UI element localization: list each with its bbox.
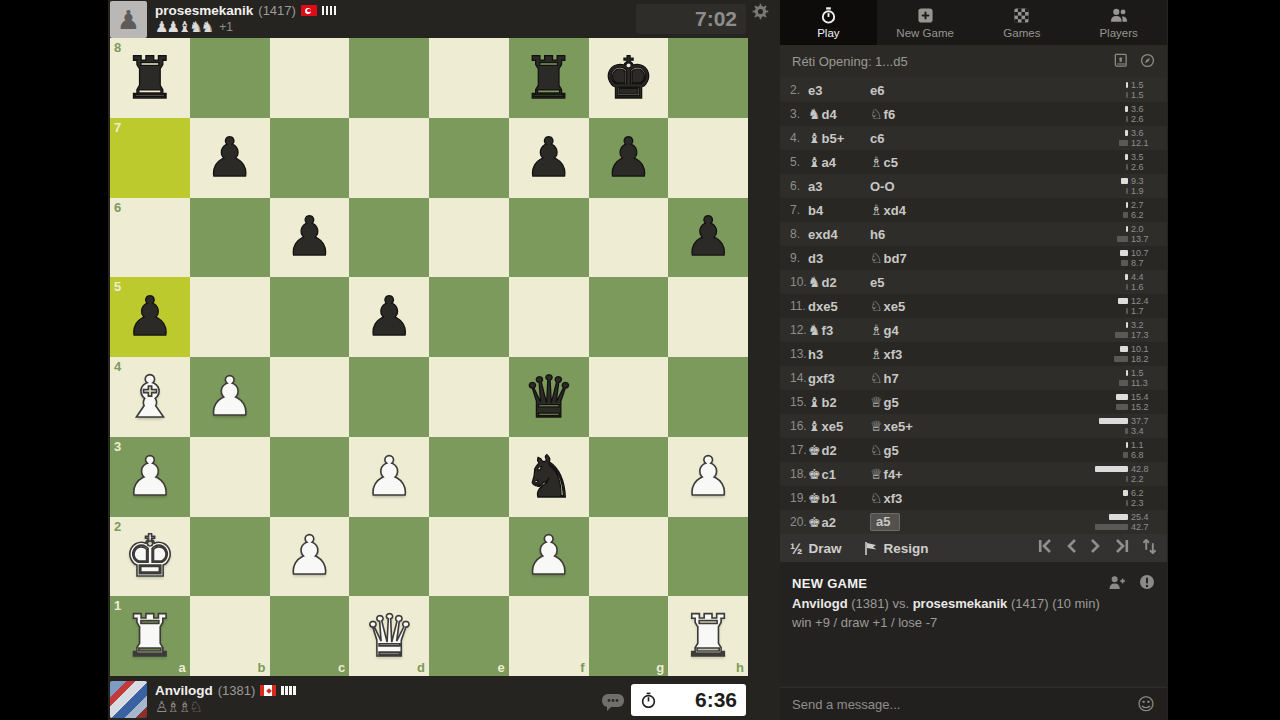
square-c3[interactable]	[270, 437, 350, 517]
time-value: 18.2	[1128, 354, 1161, 364]
square-d1[interactable]: d♛	[349, 596, 429, 676]
move-time-bars: 42.82.2	[1093, 465, 1167, 484]
move-number: 15.	[780, 395, 808, 409]
square-g5[interactable]	[589, 277, 669, 357]
figurine-B-icon: ♝	[808, 394, 821, 410]
black-move-3[interactable]: ♘f6	[870, 106, 895, 122]
piece-black-pawn-c6[interactable]: ♟	[270, 198, 350, 278]
square-a6[interactable]: 6	[110, 198, 190, 278]
square-c1[interactable]: c	[270, 596, 350, 676]
time-value: 3.5	[1128, 152, 1161, 162]
figurine-B-icon: ♝	[808, 418, 821, 434]
matchup-text: (1417) (10 min)	[1007, 596, 1099, 611]
move-number: 6.	[780, 179, 808, 193]
square-a2[interactable]: 2♚	[110, 517, 190, 597]
move-number: 20.	[780, 515, 808, 529]
square-a8[interactable]: 8♜	[110, 38, 190, 118]
tab-bar: Play New Game	[780, 0, 1167, 45]
square-g2[interactable]	[589, 517, 669, 597]
new-game-panel: NEW GAME Anvilogd (1381) vs. prosesmekan…	[780, 562, 1167, 686]
square-a7[interactable]: 7	[110, 118, 190, 198]
square-h7[interactable]	[668, 118, 748, 198]
time-bar-w	[1109, 514, 1128, 521]
square-f2[interactable]: ♟	[509, 517, 589, 597]
time-value: 8.7	[1128, 258, 1161, 268]
time-bar-w	[1121, 178, 1128, 185]
bottom-player-avatar[interactable]	[110, 681, 147, 718]
white-move-15[interactable]: ♝b2	[808, 394, 837, 410]
time-bar-w	[1118, 298, 1128, 305]
black-move-7[interactable]: ♗xd4	[870, 202, 906, 218]
square-c2[interactable]: ♟	[270, 517, 350, 597]
chat-bubble-icon[interactable]	[601, 692, 625, 716]
plus-square-icon	[917, 7, 934, 24]
move-time-bars: 4.41.6	[1093, 273, 1167, 292]
square-d3[interactable]: ♟	[349, 437, 429, 517]
move-row-3: 3.♞d4♘f63.62.6	[780, 102, 1167, 126]
move-row-10: 10.♞d2e54.41.6	[780, 270, 1167, 294]
square-c8[interactable]	[270, 38, 350, 118]
alert-circle-icon[interactable]	[1139, 574, 1155, 594]
piece-black-king-g8[interactable]: ♚	[589, 38, 669, 118]
square-g8[interactable]: ♚	[589, 38, 669, 118]
move-time-bars: 2.013.7	[1093, 225, 1167, 244]
top-player-clock: 7:02	[636, 4, 746, 34]
square-h1[interactable]: h♜	[668, 596, 748, 676]
move-row-17: 17.♚d2♘g51.16.8	[780, 438, 1167, 462]
move-time-bars: 12.41.7	[1093, 297, 1167, 316]
turkey-flag-icon	[301, 5, 317, 16]
app-stage: ♟ prosesmekanik (1417) ♟♟♝♞♞ +1 7:02 8♜♜…	[108, 0, 1168, 720]
bottom-player-rating: (1381)	[218, 683, 256, 698]
square-a1[interactable]: 1a♜	[110, 596, 190, 676]
square-g7[interactable]: ♟	[589, 118, 669, 198]
square-e6[interactable]	[429, 198, 509, 278]
square-f7[interactable]: ♟	[509, 118, 589, 198]
tab-play[interactable]: Play	[780, 0, 877, 45]
figurine-B-icon: ♗	[870, 346, 883, 362]
square-f1[interactable]: f	[509, 596, 589, 676]
white-move-17[interactable]: ♚d2	[808, 442, 837, 458]
file-label-f: f	[580, 660, 584, 675]
black-move-18[interactable]: ♕f4+	[870, 466, 903, 482]
white-move-16[interactable]: ♝xe5	[808, 418, 843, 434]
black-move-10[interactable]: e5	[870, 275, 884, 290]
smiley-icon[interactable]: ☺	[1137, 694, 1155, 714]
time-bar-b	[1095, 524, 1128, 531]
figurine-N-icon: ♞	[808, 274, 821, 290]
black-move-11[interactable]: ♘xe5	[870, 298, 905, 314]
move-row-12: 12.♞f3♗g43.217.3	[780, 318, 1167, 342]
time-value: 1.6	[1128, 282, 1161, 292]
square-b6[interactable]	[190, 198, 270, 278]
piece-black-rook-f8[interactable]: ♜	[509, 38, 589, 118]
square-f4[interactable]: ♛	[509, 357, 589, 437]
square-a5[interactable]: 5♟	[110, 277, 190, 357]
figurine-B-icon: ♝	[808, 130, 821, 146]
square-a3[interactable]: 3♟	[110, 437, 190, 517]
square-f3[interactable]: ♞	[509, 437, 589, 517]
move-row-16: 16.♝xe5♕xe5+37.73.4	[780, 414, 1167, 438]
square-h8[interactable]	[668, 38, 748, 118]
tab-games[interactable]: Games	[974, 0, 1071, 45]
figurine-B-icon: ♝	[808, 154, 821, 170]
move-time-bars: 2.76.2	[1093, 201, 1167, 220]
move-number: 14.	[780, 371, 808, 385]
file-label-g: g	[656, 660, 664, 675]
figurine-K-icon: ♚	[808, 490, 821, 506]
square-e8[interactable]	[429, 38, 509, 118]
move-row-14: 14.gxf3♘h71.511.3	[780, 366, 1167, 390]
time-value: 6.2	[1128, 488, 1161, 498]
black-move-16[interactable]: ♕xe5+	[870, 418, 913, 434]
white-move-18[interactable]: ♚c1	[808, 466, 836, 482]
nav-last-button[interactable]	[1114, 539, 1129, 557]
square-e7[interactable]	[429, 118, 509, 198]
move-time-bars: 3.217.3	[1093, 321, 1167, 340]
black-move-6[interactable]: O-O	[870, 179, 895, 194]
time-value: 4.4	[1128, 272, 1161, 282]
move-number: 10.	[780, 275, 808, 289]
piece-white-queen-d1[interactable]: ♛	[349, 596, 429, 676]
time-value: 2.6	[1128, 162, 1161, 172]
matchup-text: (1381)	[848, 596, 893, 611]
connection-signal-icon	[281, 686, 296, 695]
time-value: 10.1	[1128, 344, 1161, 354]
opening-bar: Réti Opening: 1...d5	[780, 45, 1167, 78]
chat-bar: Send a message... ☺	[780, 687, 1167, 720]
square-e4[interactable]	[429, 357, 509, 437]
top-captured-pieces: ♟♟♝♞♞ +1	[155, 18, 233, 36]
square-g6[interactable]	[589, 198, 669, 278]
clock-icon	[640, 692, 657, 709]
move-time-bars: 10.78.7	[1093, 249, 1167, 268]
square-h3[interactable]: ♟	[668, 437, 748, 517]
square-d7[interactable]	[349, 118, 429, 198]
time-value: 15.2	[1128, 402, 1161, 412]
white-move-9[interactable]: d3	[808, 251, 823, 266]
nav-prev-button[interactable]	[1066, 539, 1077, 557]
square-c4[interactable]	[270, 357, 350, 437]
time-value: 2.6	[1128, 114, 1161, 124]
time-bar-w	[1099, 418, 1128, 425]
game-toolbar: ½ Draw Resign	[780, 534, 1167, 562]
time-value: 1.5	[1128, 368, 1161, 378]
piece-black-pawn-f7[interactable]: ♟	[509, 118, 589, 198]
time-value: 3.6	[1128, 128, 1161, 138]
black-move-19[interactable]: ♘xf3	[870, 490, 902, 506]
move-number: 7.	[780, 203, 808, 217]
flip-board-icon[interactable]	[1142, 539, 1157, 558]
time-value: 12.1	[1128, 138, 1161, 148]
square-d6[interactable]	[349, 198, 429, 278]
move-row-19: 19.♚b1♘xf36.22.3	[780, 486, 1167, 510]
black-move-2[interactable]: e6	[870, 83, 884, 98]
nav-next-button[interactable]	[1090, 539, 1101, 557]
square-b1[interactable]: b	[190, 596, 270, 676]
square-c5[interactable]	[270, 277, 350, 357]
figurine-Q-icon: ♕	[870, 418, 883, 434]
time-value: 9.3	[1128, 176, 1161, 186]
square-b7[interactable]: ♟	[190, 118, 270, 198]
square-d5[interactable]: ♟	[349, 277, 429, 357]
settings-gear-icon[interactable]	[752, 3, 769, 24]
square-h6[interactable]: ♟	[668, 198, 748, 278]
pawn-avatar-icon: ♟	[117, 5, 140, 35]
white-move-11[interactable]: dxe5	[808, 299, 838, 314]
time-value: 15.4	[1128, 392, 1161, 402]
time-bar-b	[1117, 236, 1128, 243]
move-time-bars: 1.511.3	[1093, 369, 1167, 388]
square-a4[interactable]: 4♝	[110, 357, 190, 437]
piece-black-pawn-b7[interactable]: ♟	[190, 118, 270, 198]
piece-black-pawn-d5[interactable]: ♟	[349, 277, 429, 357]
time-value: 25.4	[1128, 512, 1161, 522]
draw-button[interactable]: ½ Draw	[790, 540, 842, 557]
time-value: 1.5	[1128, 90, 1161, 100]
top-player-rating: (1417)	[258, 3, 296, 18]
piece-white-pawn-c2[interactable]: ♟	[270, 517, 350, 597]
white-move-7[interactable]: b4	[808, 203, 823, 218]
piece-black-queen-f4[interactable]: ♛	[509, 357, 589, 437]
piece-white-bishop-a4[interactable]: ♝	[110, 357, 190, 437]
tab-new-game[interactable]: New Game	[877, 0, 974, 45]
time-bar-b	[1115, 332, 1128, 339]
piece-white-pawn-b4[interactable]: ♟	[190, 357, 270, 437]
square-e1[interactable]: e	[429, 596, 509, 676]
time-value: 2.0	[1128, 224, 1161, 234]
time-value: 10.7	[1128, 248, 1161, 258]
square-b3[interactable]	[190, 437, 270, 517]
square-f5[interactable]	[509, 277, 589, 357]
piece-white-pawn-f2[interactable]: ♟	[509, 517, 589, 597]
square-g1[interactable]: g	[589, 596, 669, 676]
white-move-4[interactable]: ♝b5+	[808, 130, 844, 146]
square-h2[interactable]	[668, 517, 748, 597]
black-move-12[interactable]: ♗g4	[870, 322, 899, 338]
time-value: 3.4	[1128, 426, 1161, 436]
square-d8[interactable]	[349, 38, 429, 118]
black-move-20[interactable]: a5	[870, 513, 900, 531]
white-move-13[interactable]: h3	[808, 347, 823, 362]
move-row-11: 11.dxe5♘xe512.41.7	[780, 294, 1167, 318]
file-label-b: b	[258, 660, 266, 675]
piece-white-pawn-d3[interactable]: ♟	[349, 437, 429, 517]
chess-board[interactable]: 8♜♜♚7♟♟♟6♟♟5♟♟4♝♟♛3♟♟♞♟2♚♟♟1a♜bcd♛efgh♜	[110, 38, 748, 676]
top-player-name[interactable]: prosesmekanik	[155, 3, 253, 18]
white-move-20[interactable]: ♚a2	[808, 514, 836, 530]
figurine-N-icon: ♘	[870, 250, 883, 266]
new-game-rating-change: win +9 / draw +1 / lose -7	[792, 615, 1155, 630]
move-time-bars: 10.118.2	[1093, 345, 1167, 364]
white-move-12[interactable]: ♞f3	[808, 322, 833, 338]
move-row-18: 18.♚c1♕f4+42.82.2	[780, 462, 1167, 486]
piece-black-pawn-h6[interactable]: ♟	[668, 198, 748, 278]
add-friend-icon[interactable]	[1108, 575, 1125, 594]
time-bar-w	[1120, 346, 1128, 353]
piece-white-rook-h1[interactable]: ♜	[668, 596, 748, 676]
square-g4[interactable]	[589, 357, 669, 437]
move-number: 16.	[780, 419, 808, 433]
move-time-bars: 3.52.6	[1093, 153, 1167, 172]
black-move-17[interactable]: ♘g5	[870, 442, 899, 458]
black-move-14[interactable]: ♘h7	[870, 370, 899, 386]
new-game-title: NEW GAME	[792, 576, 1155, 591]
move-row-20: 20.♚a2a525.442.7	[780, 510, 1167, 534]
square-e3[interactable]	[429, 437, 509, 517]
side-panel: Play New Game	[780, 0, 1167, 720]
black-move-9[interactable]: ♘bd7	[870, 250, 907, 266]
black-move-13[interactable]: ♗xf3	[870, 346, 902, 362]
time-bar-w	[1095, 466, 1128, 473]
explorer-compass-icon[interactable]	[1140, 53, 1155, 71]
time-value: 42.7	[1128, 522, 1161, 532]
time-value: 3.6	[1128, 104, 1161, 114]
white-move-14[interactable]: gxf3	[808, 371, 835, 386]
square-f6[interactable]	[509, 198, 589, 278]
chat-message-input[interactable]: Send a message...	[792, 697, 1137, 712]
time-value: 1.9	[1128, 186, 1161, 196]
move-time-bars: 6.22.3	[1093, 489, 1167, 508]
move-time-bars: 37.73.4	[1093, 417, 1167, 436]
white-move-8[interactable]: exd4	[808, 227, 838, 242]
figurine-K-icon: ♚	[808, 466, 821, 482]
move-number: 2.	[780, 83, 808, 97]
square-h4[interactable]	[668, 357, 748, 437]
matchup-player-name: Anvilogd	[792, 596, 848, 611]
tab-players[interactable]: Players	[1070, 0, 1167, 45]
figurine-N-icon: ♘	[870, 298, 883, 314]
square-c6[interactable]: ♟	[270, 198, 350, 278]
piece-black-pawn-g7[interactable]: ♟	[589, 118, 669, 198]
white-move-2[interactable]: e3	[808, 83, 822, 98]
top-player-avatar[interactable]: ♟	[110, 1, 147, 38]
white-move-3[interactable]: ♞d4	[808, 106, 837, 122]
half-icon: ½	[790, 540, 803, 557]
figurine-K-icon: ♚	[808, 514, 821, 530]
piece-white-pawn-h3[interactable]: ♟	[668, 437, 748, 517]
move-number: 9.	[780, 251, 808, 265]
resign-flag-icon	[864, 541, 878, 556]
figurine-Q-icon: ♕	[870, 466, 883, 482]
move-number: 18.	[780, 467, 808, 481]
move-row-8: 8.exd4h62.013.7	[780, 222, 1167, 246]
move-time-bars: 9.31.9	[1093, 177, 1167, 196]
black-move-15[interactable]: ♕g5	[870, 394, 899, 410]
piece-white-rook-a1[interactable]: ♜	[110, 596, 190, 676]
move-time-bars: 3.62.6	[1093, 105, 1167, 124]
move-row-15: 15.♝b2♕g515.415.2	[780, 390, 1167, 414]
matchup-player-name: prosesmekanik	[913, 596, 1008, 611]
piece-black-rook-a8[interactable]: ♜	[110, 38, 190, 118]
figurine-B-icon: ♗	[870, 322, 883, 338]
square-e5[interactable]	[429, 277, 509, 357]
move-row-2: 2.e3e61.51.5	[780, 78, 1167, 102]
move-number: 5.	[780, 155, 808, 169]
time-bar-b	[1121, 260, 1128, 267]
canada-flag-icon	[260, 685, 276, 696]
move-row-5: 5.♝a4♗c53.52.6	[780, 150, 1167, 174]
move-row-13: 13.h3♗xf310.118.2	[780, 342, 1167, 366]
time-value: 6.2	[1128, 210, 1161, 220]
move-number: 19.	[780, 491, 808, 505]
square-c7[interactable]	[270, 118, 350, 198]
time-bar-w	[1120, 250, 1128, 257]
bottom-player-name[interactable]: Anvilogd	[155, 683, 213, 698]
rank-label-7: 7	[114, 120, 121, 135]
bottom-player-clock: 6:36	[631, 684, 746, 716]
square-f8[interactable]: ♜	[509, 38, 589, 118]
square-e2[interactable]	[429, 517, 509, 597]
square-b5[interactable]	[190, 277, 270, 357]
move-time-bars: 15.415.2	[1093, 393, 1167, 412]
square-h5[interactable]	[668, 277, 748, 357]
file-label-e: e	[498, 660, 505, 675]
figurine-N-icon: ♘	[870, 442, 883, 458]
time-value: 2.3	[1128, 498, 1161, 508]
nav-first-button[interactable]	[1038, 539, 1053, 557]
checkerboard-icon	[1013, 7, 1030, 24]
piece-white-king-a2[interactable]: ♚	[110, 517, 190, 597]
square-d2[interactable]	[349, 517, 429, 597]
white-move-6[interactable]: a3	[808, 179, 822, 194]
square-b8[interactable]	[190, 38, 270, 118]
time-bar-b	[1119, 140, 1128, 147]
bottom-captured-pieces: ♙♗♗♘	[155, 698, 201, 716]
move-number: 13.	[780, 347, 808, 361]
opening-name[interactable]: Réti Opening: 1...d5	[792, 54, 908, 69]
time-value: 1.5	[1128, 80, 1161, 90]
time-value: 2.7	[1128, 200, 1161, 210]
time-value: 3.2	[1128, 320, 1161, 330]
move-list: 2.e3e61.51.53.♞d4♘f63.62.64.♝b5+c63.612.…	[780, 78, 1167, 534]
time-value: 1.7	[1128, 306, 1161, 316]
square-d4[interactable]	[349, 357, 429, 437]
move-number: 3.	[780, 107, 808, 121]
rank-label-6: 6	[114, 200, 121, 215]
white-move-19[interactable]: ♚b1	[808, 490, 837, 506]
time-bar-w	[1116, 394, 1128, 401]
connection-signal-icon	[322, 6, 337, 15]
square-b2[interactable]	[190, 517, 270, 597]
piece-white-pawn-a3[interactable]: ♟	[110, 437, 190, 517]
resign-button[interactable]: Resign	[864, 541, 929, 556]
square-b4[interactable]: ♟	[190, 357, 270, 437]
figurine-N-icon: ♘	[870, 490, 883, 506]
black-move-4[interactable]: c6	[870, 131, 884, 146]
white-move-5[interactable]: ♝a4	[808, 154, 836, 170]
time-value: 6.8	[1128, 450, 1161, 460]
board-column: ♟ prosesmekanik (1417) ♟♟♝♞♞ +1 7:02 8♜♜…	[108, 0, 768, 720]
black-move-8[interactable]: h6	[870, 227, 885, 242]
piece-black-knight-f3[interactable]: ♞	[509, 437, 589, 517]
square-g3[interactable]	[589, 437, 669, 517]
move-number: 12.	[780, 323, 808, 337]
piece-black-pawn-a5[interactable]: ♟	[110, 277, 190, 357]
opening-book-icon[interactable]	[1113, 53, 1128, 71]
time-value: 1.1	[1128, 440, 1161, 450]
players-icon	[1110, 7, 1128, 24]
black-move-5[interactable]: ♗c5	[870, 154, 898, 170]
move-row-4: 4.♝b5+c63.612.1	[780, 126, 1167, 150]
white-move-10[interactable]: ♞d2	[808, 274, 837, 290]
move-time-bars: 25.442.7	[1093, 513, 1167, 532]
file-label-c: c	[338, 660, 345, 675]
matchup-text: vs.	[892, 596, 912, 611]
material-advantage: +1	[219, 20, 233, 34]
move-row-6: 6.a3O-O9.31.9	[780, 174, 1167, 198]
time-bar-b	[1119, 380, 1128, 387]
